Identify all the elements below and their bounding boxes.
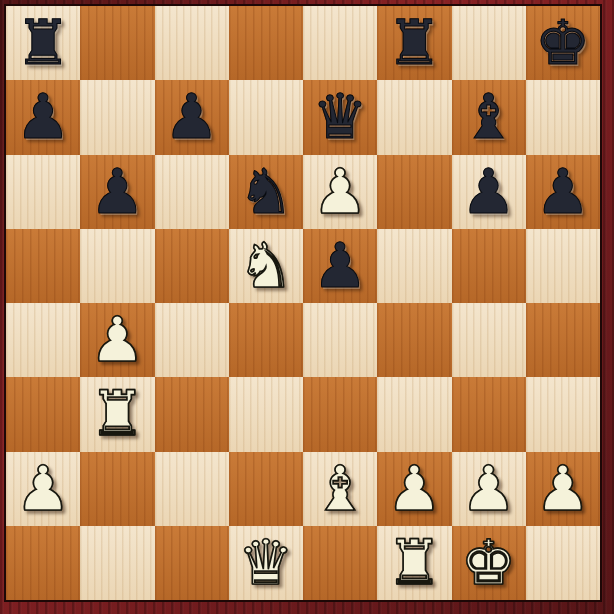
square-b3[interactable]: ♜ — [80, 377, 154, 451]
piece-black-pawn-c7[interactable]: ♟ — [155, 80, 229, 154]
square-f1[interactable]: ♜ — [377, 526, 451, 600]
square-c5[interactable] — [155, 229, 229, 303]
square-g1[interactable]: ♚ — [452, 526, 526, 600]
square-d2[interactable] — [229, 452, 303, 526]
piece-white-pawn-b4[interactable]: ♟ — [80, 303, 154, 377]
piece-black-pawn-b6[interactable]: ♟ — [80, 155, 154, 229]
square-f6[interactable] — [377, 155, 451, 229]
piece-black-pawn-g6[interactable]: ♟ — [452, 155, 526, 229]
square-e1[interactable] — [303, 526, 377, 600]
square-a8[interactable]: ♜ — [6, 6, 80, 80]
square-b4[interactable]: ♟ — [80, 303, 154, 377]
square-b7[interactable] — [80, 80, 154, 154]
square-f8[interactable]: ♜ — [377, 6, 451, 80]
square-c3[interactable] — [155, 377, 229, 451]
piece-white-king-g1[interactable]: ♚ — [452, 526, 526, 600]
piece-white-pawn-e6[interactable]: ♟ — [303, 155, 377, 229]
square-h5[interactable] — [526, 229, 600, 303]
square-a2[interactable]: ♟ — [6, 452, 80, 526]
square-b1[interactable] — [80, 526, 154, 600]
square-e8[interactable] — [303, 6, 377, 80]
square-h2[interactable]: ♟ — [526, 452, 600, 526]
piece-black-king-h8[interactable]: ♚ — [526, 6, 600, 80]
square-a3[interactable] — [6, 377, 80, 451]
piece-white-rook-f1[interactable]: ♜ — [377, 526, 451, 600]
piece-black-bishop-g7[interactable]: ♝ — [452, 80, 526, 154]
square-d1[interactable]: ♛ — [229, 526, 303, 600]
square-c8[interactable] — [155, 6, 229, 80]
square-f4[interactable] — [377, 303, 451, 377]
square-g8[interactable] — [452, 6, 526, 80]
square-f2[interactable]: ♟ — [377, 452, 451, 526]
piece-white-pawn-a2[interactable]: ♟ — [6, 452, 80, 526]
piece-black-queen-e7[interactable]: ♛ — [303, 80, 377, 154]
piece-white-knight-d5[interactable]: ♞ — [229, 229, 303, 303]
square-h1[interactable] — [526, 526, 600, 600]
piece-white-pawn-f2[interactable]: ♟ — [377, 452, 451, 526]
square-a7[interactable]: ♟ — [6, 80, 80, 154]
square-c4[interactable] — [155, 303, 229, 377]
square-e4[interactable] — [303, 303, 377, 377]
square-d4[interactable] — [229, 303, 303, 377]
square-c2[interactable] — [155, 452, 229, 526]
square-e2[interactable]: ♝ — [303, 452, 377, 526]
square-c6[interactable] — [155, 155, 229, 229]
square-d3[interactable] — [229, 377, 303, 451]
piece-white-bishop-e2[interactable]: ♝ — [303, 452, 377, 526]
piece-black-rook-f8[interactable]: ♜ — [377, 6, 451, 80]
square-a6[interactable] — [6, 155, 80, 229]
square-e7[interactable]: ♛ — [303, 80, 377, 154]
square-a4[interactable] — [6, 303, 80, 377]
square-h3[interactable] — [526, 377, 600, 451]
square-a5[interactable] — [6, 229, 80, 303]
square-b6[interactable]: ♟ — [80, 155, 154, 229]
square-f3[interactable] — [377, 377, 451, 451]
chess-board: ♜♜♚♟♟♛♝♟♞♟♟♟♞♟♟♜♟♝♟♟♟♛♜♚ — [6, 6, 600, 600]
square-h8[interactable]: ♚ — [526, 6, 600, 80]
square-a1[interactable] — [6, 526, 80, 600]
piece-black-rook-a8[interactable]: ♜ — [6, 6, 80, 80]
square-g5[interactable] — [452, 229, 526, 303]
square-c1[interactable] — [155, 526, 229, 600]
square-c7[interactable]: ♟ — [155, 80, 229, 154]
board-frame: ♜♜♚♟♟♛♝♟♞♟♟♟♞♟♟♜♟♝♟♟♟♛♜♚ — [0, 0, 614, 614]
piece-black-pawn-h6[interactable]: ♟ — [526, 155, 600, 229]
square-b2[interactable] — [80, 452, 154, 526]
piece-white-pawn-h2[interactable]: ♟ — [526, 452, 600, 526]
square-d6[interactable]: ♞ — [229, 155, 303, 229]
square-f5[interactable] — [377, 229, 451, 303]
square-h7[interactable] — [526, 80, 600, 154]
square-h4[interactable] — [526, 303, 600, 377]
square-e5[interactable]: ♟ — [303, 229, 377, 303]
square-h6[interactable]: ♟ — [526, 155, 600, 229]
piece-white-rook-b3[interactable]: ♜ — [80, 377, 154, 451]
piece-black-pawn-e5[interactable]: ♟ — [303, 229, 377, 303]
square-d5[interactable]: ♞ — [229, 229, 303, 303]
piece-white-queen-d1[interactable]: ♛ — [229, 526, 303, 600]
square-b8[interactable] — [80, 6, 154, 80]
square-g3[interactable] — [452, 377, 526, 451]
square-b5[interactable] — [80, 229, 154, 303]
square-e3[interactable] — [303, 377, 377, 451]
square-d8[interactable] — [229, 6, 303, 80]
square-g4[interactable] — [452, 303, 526, 377]
piece-black-knight-d6[interactable]: ♞ — [229, 155, 303, 229]
square-g2[interactable]: ♟ — [452, 452, 526, 526]
piece-white-pawn-g2[interactable]: ♟ — [452, 452, 526, 526]
square-d7[interactable] — [229, 80, 303, 154]
square-e6[interactable]: ♟ — [303, 155, 377, 229]
square-g6[interactable]: ♟ — [452, 155, 526, 229]
square-f7[interactable] — [377, 80, 451, 154]
piece-black-pawn-a7[interactable]: ♟ — [6, 80, 80, 154]
square-g7[interactable]: ♝ — [452, 80, 526, 154]
